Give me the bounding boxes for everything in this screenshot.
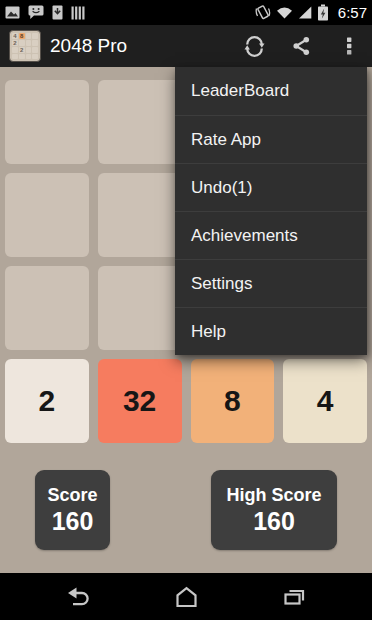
board-cell — [5, 266, 89, 350]
app-icon-tile: 2 — [19, 47, 25, 53]
status-time: 6:57 — [338, 4, 367, 21]
recents-icon — [281, 585, 308, 609]
score-label: Score — [47, 484, 97, 507]
navigation-bar — [0, 573, 372, 620]
tile-4: 4 — [283, 359, 367, 443]
score-value: 160 — [52, 506, 94, 536]
board-cell — [98, 173, 182, 257]
menu-item-help[interactable]: Help — [175, 307, 367, 355]
app-icon-tile: 8 — [19, 33, 25, 39]
board-cell — [98, 266, 182, 350]
app-icon-tile — [12, 47, 18, 53]
app-icon-tile — [19, 40, 25, 46]
share-icon — [290, 34, 313, 58]
overflow-menu: LeaderBoard Rate App Undo(1) Achievement… — [175, 67, 367, 355]
tile-8: 8 — [191, 359, 275, 443]
app-icon: 4 8 2 2 — [9, 30, 41, 62]
app-icon-tile: 4 — [12, 33, 18, 39]
overflow-menu-button[interactable] — [325, 25, 372, 67]
recents-button[interactable] — [240, 573, 348, 620]
high-score-label: High Score — [226, 484, 321, 507]
board-cell — [5, 173, 89, 257]
app-icon-tile — [26, 40, 32, 46]
app-icon-tile — [32, 47, 38, 53]
app-icon-tile — [26, 54, 32, 59]
menu-item-achievements[interactable]: Achievements — [175, 211, 367, 259]
notification-icons — [5, 5, 86, 20]
battery-icon — [317, 4, 329, 21]
refresh-button[interactable] — [231, 25, 278, 67]
board-cell — [98, 80, 182, 164]
download-icon — [52, 5, 63, 20]
menu-item-undo[interactable]: Undo(1) — [175, 163, 367, 211]
wifi-icon — [276, 6, 293, 19]
menu-item-leaderboard[interactable]: LeaderBoard — [175, 67, 367, 115]
overflow-icon — [338, 34, 360, 58]
tile-32: 32 — [98, 359, 182, 443]
tile-2: 2 — [5, 359, 89, 443]
back-icon — [65, 585, 92, 609]
menu-item-settings[interactable]: Settings — [175, 259, 367, 307]
app-icon-tile — [26, 33, 32, 39]
back-button[interactable] — [24, 573, 132, 620]
app-icon-tile — [32, 40, 38, 46]
app-icon-tile — [26, 47, 32, 53]
action-bar: 4 8 2 2 2048 Pro — [0, 25, 372, 67]
system-status-icons: 6:57 — [255, 4, 367, 21]
tracks-icon — [71, 6, 86, 20]
home-button[interactable] — [132, 573, 240, 620]
app-icon-tile — [32, 33, 38, 39]
app-icon-tile — [12, 54, 18, 59]
rotation-icon — [255, 4, 271, 21]
refresh-icon — [242, 34, 267, 59]
menu-item-rate-app[interactable]: Rate App — [175, 115, 367, 163]
board-cell — [5, 80, 89, 164]
app-icon-tile — [32, 54, 38, 59]
home-icon — [173, 585, 200, 609]
app-icon-tile — [19, 54, 25, 59]
share-button[interactable] — [278, 25, 325, 67]
status-bar: 6:57 — [0, 0, 372, 25]
chat-icon — [28, 5, 44, 20]
app-icon-tile: 2 — [12, 40, 18, 46]
score-box: Score 160 — [35, 470, 110, 550]
gallery-icon — [5, 6, 20, 19]
phone-screen: 6:57 4 8 2 2 2048 Pro — [0, 0, 372, 620]
app-title: 2048 Pro — [50, 35, 127, 57]
high-score-box: High Score 160 — [211, 470, 337, 550]
high-score-value: 160 — [253, 506, 295, 536]
signal-icon — [298, 6, 312, 19]
